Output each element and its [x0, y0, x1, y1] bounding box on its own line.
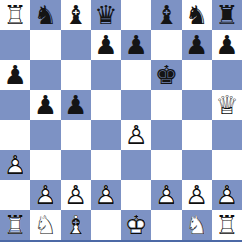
square-e6[interactable] — [121, 60, 151, 90]
white-pawn-icon: ♟︎♙︎ — [212, 180, 242, 210]
square-d7[interactable]: ♟︎ — [91, 30, 121, 60]
square-e2[interactable] — [121, 180, 151, 210]
white-rook-icon: ♜︎♖︎ — [212, 210, 242, 240]
black-pawn-icon: ♟︎ — [182, 30, 212, 60]
square-d3[interactable] — [91, 150, 121, 180]
black-king-icon: ♚︎ — [151, 60, 181, 90]
square-g5[interactable] — [182, 90, 212, 120]
square-d4[interactable] — [91, 120, 121, 150]
black-pawn-icon: ♟︎ — [30, 90, 60, 120]
white-pawn-icon: ♟︎♙︎ — [61, 180, 91, 210]
white-pawn-icon: ♟︎♙︎ — [182, 180, 212, 210]
white-knight-icon: ♞︎♘︎ — [30, 210, 60, 240]
black-pawn-icon: ♟︎ — [212, 30, 242, 60]
square-c6[interactable] — [61, 60, 91, 90]
square-g1[interactable]: ♞︎♘︎ — [182, 210, 212, 240]
black-pawn-icon: ♟︎ — [0, 60, 30, 90]
chess-board: ♜︎♖︎♞︎♝︎♛︎♝︎♞︎♜︎♟︎♟︎♟︎♟︎♟︎♚︎♟︎♟︎♛︎♕︎♟︎♙︎… — [0, 0, 242, 242]
white-pawn-icon: ♟︎♙︎ — [0, 150, 30, 180]
square-e3[interactable] — [121, 150, 151, 180]
square-h7[interactable]: ♟︎ — [212, 30, 242, 60]
black-pawn-icon: ♟︎ — [91, 30, 121, 60]
black-knight-icon: ♞︎ — [182, 0, 212, 30]
white-king-icon: ♚︎♔︎ — [121, 210, 151, 240]
square-d2[interactable]: ♟︎♙︎ — [91, 180, 121, 210]
square-d6[interactable] — [91, 60, 121, 90]
square-c7[interactable] — [61, 30, 91, 60]
square-a8[interactable]: ♜︎♖︎ — [0, 0, 30, 30]
square-b2[interactable]: ♟︎♙︎ — [30, 180, 60, 210]
square-d1[interactable] — [91, 210, 121, 240]
square-e5[interactable] — [121, 90, 151, 120]
black-knight-icon: ♞︎ — [30, 0, 60, 30]
square-f4[interactable] — [151, 120, 181, 150]
white-rook-icon: ♜︎♖︎ — [0, 0, 30, 30]
square-b5[interactable]: ♟︎ — [30, 90, 60, 120]
square-g4[interactable] — [182, 120, 212, 150]
square-h3[interactable] — [212, 150, 242, 180]
square-c3[interactable] — [61, 150, 91, 180]
square-f1[interactable] — [151, 210, 181, 240]
square-b3[interactable] — [30, 150, 60, 180]
square-a3[interactable]: ♟︎♙︎ — [0, 150, 30, 180]
square-e1[interactable]: ♚︎♔︎ — [121, 210, 151, 240]
square-c2[interactable]: ♟︎♙︎ — [61, 180, 91, 210]
square-b7[interactable] — [30, 30, 60, 60]
black-queen-icon: ♛︎ — [91, 0, 121, 30]
square-f5[interactable] — [151, 90, 181, 120]
square-a4[interactable] — [0, 120, 30, 150]
square-h2[interactable]: ♟︎♙︎ — [212, 180, 242, 210]
white-pawn-icon: ♟︎♙︎ — [151, 180, 181, 210]
black-rook-icon: ♜︎ — [212, 0, 242, 30]
square-f8[interactable]: ♝︎ — [151, 0, 181, 30]
square-b1[interactable]: ♞︎♘︎ — [30, 210, 60, 240]
square-c4[interactable] — [61, 120, 91, 150]
square-g7[interactable]: ♟︎ — [182, 30, 212, 60]
square-b4[interactable] — [30, 120, 60, 150]
square-e7[interactable]: ♟︎ — [121, 30, 151, 60]
black-bishop-icon: ♝︎ — [151, 0, 181, 30]
square-h1[interactable]: ♜︎♖︎ — [212, 210, 242, 240]
square-h5[interactable]: ♛︎♕︎ — [212, 90, 242, 120]
white-queen-icon: ♛︎♕︎ — [212, 90, 242, 120]
white-rook-icon: ♜︎♖︎ — [0, 210, 30, 240]
square-g8[interactable]: ♞︎ — [182, 0, 212, 30]
square-c5[interactable]: ♟︎ — [61, 90, 91, 120]
square-d8[interactable]: ♛︎ — [91, 0, 121, 30]
square-a5[interactable] — [0, 90, 30, 120]
square-f3[interactable] — [151, 150, 181, 180]
square-a1[interactable]: ♜︎♖︎ — [0, 210, 30, 240]
square-b6[interactable] — [30, 60, 60, 90]
white-knight-icon: ♞︎♘︎ — [182, 210, 212, 240]
square-a2[interactable] — [0, 180, 30, 210]
square-g6[interactable] — [182, 60, 212, 90]
square-a6[interactable]: ♟︎ — [0, 60, 30, 90]
white-pawn-icon: ♟︎♙︎ — [121, 120, 151, 150]
black-pawn-icon: ♟︎ — [121, 30, 151, 60]
square-e4[interactable]: ♟︎♙︎ — [121, 120, 151, 150]
square-f6[interactable]: ♚︎ — [151, 60, 181, 90]
white-pawn-icon: ♟︎♙︎ — [91, 180, 121, 210]
white-bishop-icon: ♝︎♗︎ — [61, 210, 91, 240]
square-g3[interactable] — [182, 150, 212, 180]
square-c1[interactable]: ♝︎♗︎ — [61, 210, 91, 240]
black-pawn-icon: ♟︎ — [61, 90, 91, 120]
square-g2[interactable]: ♟︎♙︎ — [182, 180, 212, 210]
square-a7[interactable] — [0, 30, 30, 60]
square-c8[interactable]: ♝︎ — [61, 0, 91, 30]
square-f7[interactable] — [151, 30, 181, 60]
square-b8[interactable]: ♞︎ — [30, 0, 60, 30]
white-pawn-icon: ♟︎♙︎ — [30, 180, 60, 210]
square-h6[interactable] — [212, 60, 242, 90]
black-bishop-icon: ♝︎ — [61, 0, 91, 30]
square-f2[interactable]: ♟︎♙︎ — [151, 180, 181, 210]
square-d5[interactable] — [91, 90, 121, 120]
square-e8[interactable] — [121, 0, 151, 30]
square-h4[interactable] — [212, 120, 242, 150]
square-h8[interactable]: ♜︎ — [212, 0, 242, 30]
